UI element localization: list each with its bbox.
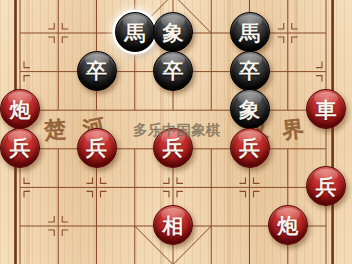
piece-black-horse-1[interactable]: 馬 [115, 12, 155, 52]
piece-black-elephant-2[interactable]: 象 [230, 89, 270, 129]
piece-red-chariot-1[interactable]: 車 [306, 89, 346, 129]
piece-red-cannon-1[interactable]: 炮 [0, 89, 40, 129]
app-watermark: 多乐中国象棋 [133, 121, 220, 140]
river-label-chu: 楚 [43, 114, 67, 145]
piece-black-soldier-1[interactable]: 卒 [77, 51, 117, 91]
river-label-jie: 界 [280, 114, 305, 146]
piece-black-soldier-3[interactable]: 卒 [230, 51, 270, 91]
xiangqi-board: 楚 河 汉 界 馬象馬卒卒卒象炮車兵兵兵兵兵相炮 多乐中国象棋 [0, 0, 352, 264]
piece-red-soldier-4[interactable]: 兵 [230, 128, 270, 168]
piece-red-soldier-1[interactable]: 兵 [0, 128, 40, 168]
piece-red-cannon-2[interactable]: 炮 [268, 205, 308, 245]
piece-black-horse-2[interactable]: 馬 [230, 12, 270, 52]
piece-black-elephant-1[interactable]: 象 [153, 12, 193, 52]
piece-black-soldier-2[interactable]: 卒 [153, 51, 193, 91]
piece-red-soldier-2[interactable]: 兵 [77, 128, 117, 168]
piece-red-elephant-1[interactable]: 相 [153, 205, 193, 245]
